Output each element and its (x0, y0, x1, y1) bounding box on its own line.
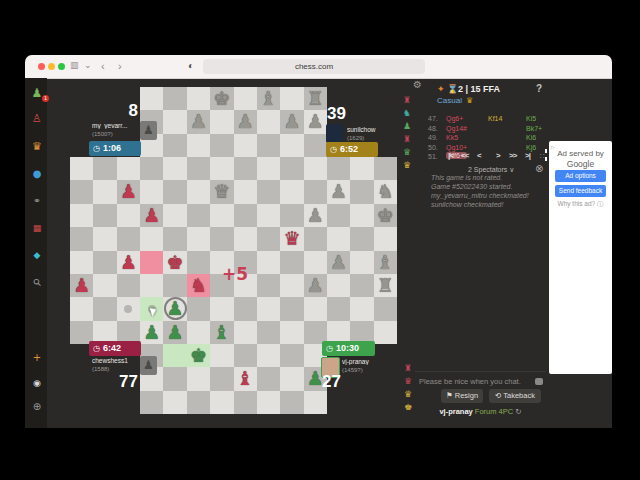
board-square-g12[interactable] (210, 134, 233, 157)
board-square-i4[interactable] (257, 321, 280, 344)
player-name-top-left[interactable]: my_yevarr... (92, 122, 139, 129)
board-square-i8[interactable] (257, 227, 280, 250)
chevron-down-icon: ∨ (509, 166, 514, 173)
board-square-j7[interactable] (280, 251, 303, 274)
captured-piece-icon: ♜ (402, 94, 412, 107)
close-window-icon[interactable] (38, 63, 45, 70)
nav-last-button[interactable]: >| (525, 151, 530, 160)
board-square-k12[interactable] (304, 134, 327, 157)
board-square-h3[interactable] (234, 344, 257, 367)
piece-gray_dead-P-k9[interactable]: ♟ (304, 204, 327, 227)
board-square-j9[interactable] (280, 204, 303, 227)
board-square-g5[interactable] (210, 297, 233, 320)
board-square-d14[interactable] (140, 87, 163, 110)
globe-ball-icon[interactable]: ● (29, 168, 45, 179)
board-square-b10[interactable] (93, 180, 116, 203)
board-square-k11[interactable] (304, 157, 327, 180)
board-square-k7[interactable] (304, 251, 327, 274)
score-top-right: 39 (327, 104, 346, 124)
board-square-i9[interactable] (257, 204, 280, 227)
captured-piece-icon: ♟ (402, 120, 412, 133)
why-this-ad-link[interactable]: Why this ad? ⓘ (549, 200, 612, 209)
help-icon[interactable]: ? (536, 83, 542, 94)
board-square-g3[interactable] (210, 344, 233, 367)
clock-top-right: ◷6:52 (326, 142, 378, 157)
move-Qg14#[interactable]: Qg14# (446, 125, 467, 132)
board-square-d10[interactable] (140, 180, 163, 203)
board-square-a9[interactable] (70, 204, 93, 227)
board-square-n5[interactable] (374, 297, 397, 320)
board-square-m11[interactable] (350, 157, 373, 180)
board-square-i13[interactable] (257, 110, 280, 133)
board-square-h1[interactable] (234, 391, 257, 414)
board-square-d11[interactable] (140, 157, 163, 180)
footer-4pc-link[interactable]: 4PC (499, 407, 514, 416)
piece-green-P-d4[interactable]: ♟ (140, 321, 163, 344)
board-square-f11[interactable] (187, 157, 210, 180)
piece-red-P-d9[interactable]: ♟ (140, 204, 163, 227)
board-square-k8[interactable] (304, 227, 327, 250)
shield-icon[interactable]: ◐ (188, 60, 194, 71)
settings-gear-icon[interactable]: ⚙ (413, 79, 422, 90)
board-square-i12[interactable] (257, 134, 280, 157)
move-Kk5[interactable]: Kk5 (446, 134, 458, 141)
board-square-h12[interactable] (234, 134, 257, 157)
takeback-button[interactable]: ⟲ Takeback (489, 389, 541, 403)
selected-piece-ring (164, 297, 187, 320)
board-square-d7[interactable] (140, 251, 163, 274)
time-control-label: 2 | 15 FFA (458, 84, 500, 94)
player-name-top-right[interactable]: sunilchow (347, 126, 394, 133)
piece-gray_dead-P-h13[interactable]: ♟ (234, 110, 257, 133)
ad-line1: Ad served by (549, 149, 612, 158)
board-square-c11[interactable] (117, 157, 140, 180)
board-square-b7[interactable] (93, 251, 116, 274)
board-square-j6[interactable] (280, 274, 303, 297)
clock-icon: ◷ (93, 144, 100, 153)
board-square-f8[interactable] (187, 227, 210, 250)
tab-chevron-icon[interactable]: ⌄ (84, 60, 92, 70)
sidebar-toggle-icon[interactable]: ▥ (70, 60, 79, 70)
board-square-j5[interactable] (280, 297, 303, 320)
board-square-f12[interactable] (187, 134, 210, 157)
board-square-e12[interactable] (163, 134, 186, 157)
piece-gray_dead-P-k13[interactable]: ♟ (304, 110, 327, 133)
board-square-f10[interactable] (187, 180, 210, 203)
board-square-m6[interactable] (350, 274, 373, 297)
captured-piece-icon: ♛ (403, 375, 413, 388)
board-square-g9[interactable] (210, 204, 233, 227)
board-square-e8[interactable] (163, 227, 186, 250)
plus-icon[interactable]: + (29, 352, 45, 363)
board-square-h4[interactable] (234, 321, 257, 344)
board-square-e3[interactable] (163, 344, 186, 367)
board-square-a5[interactable] (70, 297, 93, 320)
piece-green-P-e4[interactable]: ♟ (163, 321, 186, 344)
captured-piece-icon: ♛ (402, 159, 412, 172)
piece-gray_dead-R-n6[interactable]: ♜ (374, 274, 397, 297)
piece-green-K-f3[interactable]: ♚ (187, 344, 210, 367)
board-square-h5[interactable] (234, 297, 257, 320)
board-square-i10[interactable] (257, 180, 280, 203)
piece-red-Q-j8[interactable]: ♛ (280, 227, 303, 250)
board-square-e13[interactable] (163, 110, 186, 133)
move-number: 47. (428, 115, 438, 122)
url-bar[interactable]: chess.com (203, 59, 425, 74)
board-square-m10[interactable] (350, 180, 373, 203)
board-square-f9[interactable] (187, 204, 210, 227)
piece-gray_dead-B-i14[interactable]: ♝ (257, 87, 280, 110)
board-square-e6[interactable] (163, 274, 186, 297)
board-square-d8[interactable] (140, 227, 163, 250)
board-square-k1[interactable] (304, 391, 327, 414)
move-number: 50. (428, 144, 438, 151)
captured-piece-icon: ♚ (403, 401, 413, 414)
panel-footer: vj-pranay Forum 4PC ↻ (415, 407, 546, 416)
piece-green-B-g4[interactable]: ♝ (210, 321, 233, 344)
timer-icon: ⌛ (447, 84, 458, 94)
board-square-h14[interactable] (234, 87, 257, 110)
move-Qg6+[interactable]: Qg6+ (446, 115, 463, 122)
move-number: 51. (428, 153, 438, 160)
crown-icon: ♛ (466, 96, 473, 105)
piece-gray_dead-P-l7[interactable]: ♟ (327, 251, 350, 274)
diamond-icon[interactable]: ◆ (29, 250, 45, 260)
board-square-f2[interactable] (187, 367, 210, 390)
piece-gray_dead-R-k14[interactable]: ♜ (304, 87, 327, 110)
score-top-left: 8 (100, 101, 138, 121)
piece-gray_dead-P-l10[interactable]: ♟ (327, 180, 350, 203)
game-log-line: sunilchow checkmated! (431, 201, 503, 208)
clock-icon: ◷ (93, 344, 100, 353)
board-square-b8[interactable] (93, 227, 116, 250)
game-log-line: Game #52022430 started. (431, 183, 512, 190)
board-square-h8[interactable] (234, 227, 257, 250)
profile-icon[interactable]: ◉ (29, 378, 45, 388)
board-square-f4[interactable] (187, 321, 210, 344)
ad-dot (545, 157, 547, 161)
board-square-i2[interactable] (257, 367, 280, 390)
board-square-f1[interactable] (187, 391, 210, 414)
board-square-h10[interactable] (234, 180, 257, 203)
board-square-f14[interactable] (187, 87, 210, 110)
nav-first-button[interactable]: |< (448, 151, 453, 160)
piece-gray_dead-P-f13[interactable]: ♟ (187, 110, 210, 133)
board-square-h11[interactable] (234, 157, 257, 180)
four-player-star-icon: ✦ (437, 84, 445, 94)
board-square-j12[interactable] (280, 134, 303, 157)
gift-icon[interactable]: ▦ (29, 223, 45, 233)
board-square-l5[interactable] (327, 297, 350, 320)
play-pawn-icon[interactable]: ♟1 (29, 86, 45, 100)
board-square-e10[interactable] (163, 180, 186, 203)
chat-input[interactable]: Please be nice when you chat. (419, 377, 521, 386)
board-square-c6[interactable] (117, 274, 140, 297)
board-square-i6[interactable] (257, 274, 280, 297)
back-icon[interactable]: ‹ (101, 60, 105, 72)
board-square-g1[interactable] (210, 391, 233, 414)
ad-options-button[interactable]: Ad options (555, 170, 606, 182)
board-square-j1[interactable] (280, 391, 303, 414)
board-square-c8[interactable] (117, 227, 140, 250)
player-name-bottom-right[interactable]: vj-pranay (342, 358, 389, 365)
captured-piece-icon: ♜ (402, 133, 412, 146)
board-square-j11[interactable] (280, 157, 303, 180)
captured-piece-icon: ♜ (403, 362, 413, 375)
move-Kj6[interactable]: Kj6 (526, 144, 536, 151)
zoom-window-icon[interactable] (58, 63, 65, 70)
clock-bottom-right: ◷10:30 (322, 341, 375, 356)
refresh-icon[interactable]: ↻ (515, 407, 521, 416)
puzzles-icon[interactable]: ♙ (29, 112, 45, 125)
clock-icon: ◷ (326, 344, 333, 353)
board-square-n11[interactable] (374, 157, 397, 180)
move-number: 49. (428, 134, 438, 141)
score-bottom-left: 77 (100, 372, 138, 392)
board-square-j4[interactable] (280, 321, 303, 344)
move-Bk7+[interactable]: Bk7+ (526, 125, 542, 132)
connect-icon[interactable]: ⊕ (29, 401, 45, 412)
piece-red-B-h2[interactable]: ♝ (234, 367, 257, 390)
piece-gray_dead-K-g14[interactable]: ♚ (210, 87, 233, 110)
footer-forum-link[interactable]: Forum (475, 407, 497, 416)
board-square-e1[interactable] (163, 391, 186, 414)
chat-options-icon[interactable] (535, 378, 543, 385)
board-square-l9[interactable] (327, 204, 350, 227)
board-square-i5[interactable] (257, 297, 280, 320)
board-square-i3[interactable] (257, 344, 280, 367)
board-square-a7[interactable] (70, 251, 93, 274)
avatar-top-right[interactable] (326, 124, 343, 143)
board-square-l8[interactable] (327, 227, 350, 250)
board-square-h9[interactable] (234, 204, 257, 227)
piece-red-N-f6[interactable]: ♞ (187, 274, 210, 297)
avatar-top-left[interactable]: ♟ (140, 121, 157, 140)
move-number: 48. (428, 125, 438, 132)
player-rating-top-right: (1629) (347, 135, 364, 141)
nav-next-button[interactable]: > (496, 151, 500, 160)
minimize-window-icon[interactable] (48, 63, 55, 70)
ad-dot (545, 149, 547, 153)
board-square-n8[interactable] (374, 227, 397, 250)
board-square-j10[interactable] (280, 180, 303, 203)
screen: ▥ ⌄ ‹ › ◐ chess.com ♟1♙♛●⚭▦◆⚲+◉⊕ ♚♝♜♟♟♟♟… (0, 0, 640, 480)
piece-red-P-a6[interactable]: ♟ (70, 274, 93, 297)
forward-icon[interactable]: › (118, 60, 122, 72)
board-square-l6[interactable] (327, 274, 350, 297)
move-Qg10+[interactable]: Qg10+ (446, 144, 467, 151)
player-rating-top-left: (1500?) (92, 131, 113, 137)
piece-gray_dead-Q-g10[interactable]: ♛ (210, 180, 233, 203)
nav-prev-fast-button[interactable]: << (461, 151, 468, 160)
board-square-b9[interactable] (93, 204, 116, 227)
board-square-i1[interactable] (257, 391, 280, 414)
board-square-i11[interactable] (257, 157, 280, 180)
move-Ki5[interactable]: Ki5 (526, 115, 536, 122)
board-square-a11[interactable] (70, 157, 93, 180)
score-bottom-right: 27 (322, 372, 341, 392)
clock-icon: ◷ (330, 145, 337, 154)
clock-bottom-left: ◷6:42 (89, 341, 141, 356)
footer-player-name[interactable]: vj-pranay (439, 407, 472, 416)
ad-line2: Google (549, 159, 612, 169)
board-square-e9[interactable] (163, 204, 186, 227)
board-square-n4[interactable] (374, 321, 397, 344)
board-square-b6[interactable] (93, 274, 116, 297)
board-square-b11[interactable] (93, 157, 116, 180)
board-square-g13[interactable] (210, 110, 233, 133)
board-square-m8[interactable] (350, 227, 373, 250)
board-square-k10[interactable] (304, 180, 327, 203)
board-square-d6[interactable] (140, 274, 163, 297)
crown-icon[interactable]: ♛ (29, 140, 45, 153)
board-square-c9[interactable] (117, 204, 140, 227)
board-square-e14[interactable] (163, 87, 186, 110)
nav-next-fast-button[interactable]: >> (509, 151, 516, 160)
spectators-label[interactable]: 2 Spectators ∨ (468, 166, 514, 174)
board-square-j3[interactable] (280, 344, 303, 367)
move-Kf14[interactable]: Kf14 (488, 115, 502, 122)
board-square-g8[interactable] (210, 227, 233, 250)
board-square-e2[interactable] (163, 367, 186, 390)
board-square-b5[interactable] (93, 297, 116, 320)
nav-prev-button[interactable]: < (477, 151, 481, 160)
piece-red-K-e7[interactable]: ♚ (163, 251, 186, 274)
captured-piece-icon: ♞ (402, 107, 412, 120)
piece-gray_dead-N-n10[interactable]: ♞ (374, 180, 397, 203)
board-square-a10[interactable] (70, 180, 93, 203)
board-square-i7[interactable] (257, 251, 280, 274)
send-feedback-button[interactable]: Send feedback (555, 185, 606, 197)
player-name-bottom-left[interactable]: chewshess1 (92, 357, 139, 364)
notification-badge: 1 (42, 95, 49, 102)
board-square-g2[interactable] (210, 367, 233, 390)
resign-button[interactable]: ⚑ Resign (441, 389, 483, 403)
piece-red-P-c10[interactable]: ♟ (117, 180, 140, 203)
piece-gray_dead-B-n7[interactable]: ♝ (374, 251, 397, 274)
clock-top-left: ◷1:06 (89, 141, 141, 156)
game-mode-label[interactable]: Casual (437, 96, 462, 105)
game-log-line: my_yevarru_mitru checkmated! (431, 192, 529, 199)
piece-gray_dead-P-k6[interactable]: ♟ (304, 274, 327, 297)
captured-piece-icon: ♛ (402, 146, 412, 159)
piece-gray_dead-P-j13[interactable]: ♟ (280, 110, 303, 133)
board-square-k5[interactable] (304, 297, 327, 320)
board-square-j2[interactable] (280, 367, 303, 390)
board-square-e11[interactable] (163, 157, 186, 180)
binoculars-icon[interactable]: ⚭ (29, 196, 45, 206)
avatar-bottom-left[interactable]: ♟ (140, 356, 157, 375)
points-annotation: +5 (222, 264, 248, 284)
board-square-d1[interactable] (140, 391, 163, 414)
close-icon[interactable]: ⊗ (535, 163, 543, 174)
board-square-m9[interactable] (350, 204, 373, 227)
piece-red-P-c7[interactable]: ♟ (117, 251, 140, 274)
chat-divider (415, 371, 546, 372)
board-square-m5[interactable] (350, 297, 373, 320)
piece-gray_dead-K-n9[interactable]: ♚ (374, 204, 397, 227)
board-square-m7[interactable] (350, 251, 373, 274)
captured-piece-icon: ♛ (403, 388, 413, 401)
player-rating-bottom-right: (1459?) (342, 367, 363, 373)
board-square-j14[interactable] (280, 87, 303, 110)
move-Ki6[interactable]: Ki6 (526, 134, 536, 141)
board-square-g11[interactable] (210, 157, 233, 180)
board-square-l11[interactable] (327, 157, 350, 180)
board-square-a8[interactable] (70, 227, 93, 250)
game-log-line: This game is not rated. (431, 174, 502, 181)
board-square-f5[interactable] (187, 297, 210, 320)
board-square-f7[interactable] (187, 251, 210, 274)
